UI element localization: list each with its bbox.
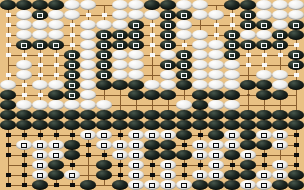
intersection[interactable] [32, 70, 48, 80]
intersection[interactable] [256, 80, 272, 90]
intersection[interactable] [112, 0, 128, 10]
intersection[interactable] [16, 130, 32, 140]
intersection[interactable] [32, 130, 48, 140]
intersection[interactable] [192, 160, 208, 170]
intersection[interactable] [288, 120, 304, 130]
intersection[interactable] [48, 110, 64, 120]
intersection[interactable] [160, 150, 176, 160]
intersection[interactable] [32, 20, 48, 30]
intersection[interactable] [16, 110, 32, 120]
intersection[interactable] [112, 150, 128, 160]
intersection[interactable] [208, 10, 224, 20]
intersection[interactable] [208, 60, 224, 70]
intersection[interactable] [272, 170, 288, 180]
intersection[interactable] [160, 40, 176, 50]
intersection[interactable] [32, 10, 48, 20]
intersection[interactable] [64, 90, 80, 100]
intersection[interactable] [32, 0, 48, 10]
intersection[interactable] [32, 110, 48, 120]
intersection[interactable] [80, 40, 96, 50]
intersection[interactable] [96, 170, 112, 180]
intersection[interactable] [16, 20, 32, 30]
intersection[interactable] [160, 50, 176, 60]
intersection[interactable] [192, 40, 208, 50]
intersection[interactable] [272, 100, 288, 110]
intersection[interactable] [272, 120, 288, 130]
intersection[interactable] [16, 30, 32, 40]
intersection[interactable] [48, 50, 64, 60]
intersection[interactable] [288, 150, 304, 160]
intersection[interactable] [176, 180, 192, 190]
intersection[interactable] [80, 30, 96, 40]
intersection[interactable] [208, 70, 224, 80]
intersection[interactable] [272, 30, 288, 40]
intersection[interactable] [80, 110, 96, 120]
intersection[interactable] [48, 160, 64, 170]
intersection[interactable] [192, 150, 208, 160]
intersection[interactable] [32, 100, 48, 110]
intersection[interactable] [96, 40, 112, 50]
intersection[interactable] [240, 160, 256, 170]
intersection[interactable] [96, 70, 112, 80]
intersection[interactable] [224, 50, 240, 60]
intersection[interactable] [144, 50, 160, 60]
intersection[interactable] [144, 140, 160, 150]
intersection[interactable] [224, 110, 240, 120]
intersection[interactable] [192, 0, 208, 10]
intersection[interactable] [288, 170, 304, 180]
intersection[interactable] [112, 50, 128, 60]
intersection[interactable] [0, 70, 16, 80]
intersection[interactable] [224, 130, 240, 140]
intersection[interactable] [192, 120, 208, 130]
intersection[interactable] [144, 70, 160, 80]
intersection[interactable] [160, 110, 176, 120]
intersection[interactable] [16, 70, 32, 80]
intersection[interactable] [272, 140, 288, 150]
intersection[interactable] [288, 30, 304, 40]
intersection[interactable] [96, 10, 112, 20]
intersection[interactable] [32, 120, 48, 130]
intersection[interactable] [272, 40, 288, 50]
intersection[interactable] [80, 100, 96, 110]
intersection[interactable] [192, 10, 208, 20]
intersection[interactable] [160, 170, 176, 180]
intersection[interactable] [288, 130, 304, 140]
intersection[interactable] [112, 90, 128, 100]
intersection[interactable] [80, 180, 96, 190]
intersection[interactable] [128, 170, 144, 180]
intersection[interactable] [128, 120, 144, 130]
intersection[interactable] [288, 0, 304, 10]
intersection[interactable] [144, 0, 160, 10]
intersection[interactable] [144, 10, 160, 20]
intersection[interactable] [0, 80, 16, 90]
intersection[interactable] [64, 100, 80, 110]
intersection[interactable] [96, 150, 112, 160]
intersection[interactable] [16, 50, 32, 60]
intersection[interactable] [48, 0, 64, 10]
intersection[interactable] [144, 180, 160, 190]
intersection[interactable] [208, 120, 224, 130]
intersection[interactable] [96, 110, 112, 120]
intersection[interactable] [16, 140, 32, 150]
intersection[interactable] [16, 100, 32, 110]
intersection[interactable] [64, 40, 80, 50]
intersection[interactable] [208, 20, 224, 30]
intersection[interactable] [144, 160, 160, 170]
intersection[interactable] [256, 140, 272, 150]
intersection[interactable] [176, 170, 192, 180]
intersection[interactable] [192, 30, 208, 40]
intersection[interactable] [0, 10, 16, 20]
intersection[interactable] [128, 80, 144, 90]
intersection[interactable] [160, 60, 176, 70]
intersection[interactable] [112, 140, 128, 150]
intersection[interactable] [96, 30, 112, 40]
intersection[interactable] [192, 100, 208, 110]
intersection[interactable] [128, 150, 144, 160]
intersection[interactable] [64, 0, 80, 10]
intersection[interactable] [240, 90, 256, 100]
intersection[interactable] [32, 30, 48, 40]
intersection[interactable] [64, 50, 80, 60]
intersection[interactable] [256, 70, 272, 80]
intersection[interactable] [272, 20, 288, 30]
intersection[interactable] [0, 50, 16, 60]
intersection[interactable] [176, 160, 192, 170]
intersection[interactable] [240, 10, 256, 20]
intersection[interactable] [224, 10, 240, 20]
intersection[interactable] [288, 110, 304, 120]
intersection[interactable] [272, 10, 288, 20]
intersection[interactable] [80, 120, 96, 130]
intersection[interactable] [160, 180, 176, 190]
intersection[interactable] [80, 150, 96, 160]
intersection[interactable] [224, 0, 240, 10]
intersection[interactable] [240, 40, 256, 50]
intersection[interactable] [64, 70, 80, 80]
intersection[interactable] [32, 40, 48, 50]
intersection[interactable] [48, 140, 64, 150]
intersection[interactable] [80, 170, 96, 180]
intersection[interactable] [128, 40, 144, 50]
intersection[interactable] [64, 180, 80, 190]
intersection[interactable] [176, 150, 192, 160]
intersection[interactable] [288, 80, 304, 90]
intersection[interactable] [192, 170, 208, 180]
intersection[interactable] [64, 10, 80, 20]
intersection[interactable] [0, 140, 16, 150]
intersection[interactable] [192, 110, 208, 120]
intersection[interactable] [16, 80, 32, 90]
intersection[interactable] [64, 130, 80, 140]
intersection[interactable] [112, 70, 128, 80]
intersection[interactable] [16, 40, 32, 50]
intersection[interactable] [224, 30, 240, 40]
intersection[interactable] [160, 20, 176, 30]
intersection[interactable] [224, 80, 240, 90]
intersection[interactable] [64, 20, 80, 30]
intersection[interactable] [144, 170, 160, 180]
intersection[interactable] [32, 60, 48, 70]
intersection[interactable] [96, 60, 112, 70]
intersection[interactable] [80, 160, 96, 170]
intersection[interactable] [128, 110, 144, 120]
intersection[interactable] [128, 70, 144, 80]
intersection[interactable] [224, 170, 240, 180]
intersection[interactable] [96, 80, 112, 90]
intersection[interactable] [80, 10, 96, 20]
intersection[interactable] [144, 130, 160, 140]
intersection[interactable] [224, 70, 240, 80]
intersection[interactable] [112, 120, 128, 130]
intersection[interactable] [272, 150, 288, 160]
intersection[interactable] [80, 50, 96, 60]
intersection[interactable] [272, 80, 288, 90]
intersection[interactable] [112, 60, 128, 70]
intersection[interactable] [144, 60, 160, 70]
intersection[interactable] [256, 60, 272, 70]
intersection[interactable] [144, 90, 160, 100]
intersection[interactable] [176, 80, 192, 90]
intersection[interactable] [0, 160, 16, 170]
intersection[interactable] [192, 70, 208, 80]
intersection[interactable] [144, 100, 160, 110]
intersection[interactable] [112, 170, 128, 180]
intersection[interactable] [176, 20, 192, 30]
intersection[interactable] [128, 60, 144, 70]
intersection[interactable] [256, 150, 272, 160]
intersection[interactable] [48, 100, 64, 110]
intersection[interactable] [272, 90, 288, 100]
intersection[interactable] [32, 170, 48, 180]
intersection[interactable] [128, 20, 144, 30]
intersection[interactable] [32, 140, 48, 150]
intersection[interactable] [160, 10, 176, 20]
intersection[interactable] [192, 60, 208, 70]
intersection[interactable] [192, 20, 208, 30]
intersection[interactable] [208, 150, 224, 160]
intersection[interactable] [160, 160, 176, 170]
intersection[interactable] [272, 0, 288, 10]
intersection[interactable] [208, 90, 224, 100]
intersection[interactable] [128, 30, 144, 40]
intersection[interactable] [224, 60, 240, 70]
intersection[interactable] [128, 160, 144, 170]
intersection[interactable] [240, 150, 256, 160]
intersection[interactable] [160, 130, 176, 140]
intersection[interactable] [176, 100, 192, 110]
intersection[interactable] [160, 70, 176, 80]
intersection[interactable] [96, 0, 112, 10]
intersection[interactable] [288, 140, 304, 150]
intersection[interactable] [224, 150, 240, 160]
intersection[interactable] [80, 70, 96, 80]
intersection[interactable] [32, 150, 48, 160]
intersection[interactable] [176, 70, 192, 80]
intersection[interactable] [288, 100, 304, 110]
intersection[interactable] [48, 150, 64, 160]
intersection[interactable] [80, 0, 96, 10]
intersection[interactable] [256, 180, 272, 190]
intersection[interactable] [48, 90, 64, 100]
intersection[interactable] [80, 80, 96, 90]
intersection[interactable] [48, 20, 64, 30]
intersection[interactable] [0, 120, 16, 130]
intersection[interactable] [256, 170, 272, 180]
intersection[interactable] [96, 120, 112, 130]
intersection[interactable] [32, 80, 48, 90]
intersection[interactable] [272, 110, 288, 120]
intersection[interactable] [96, 130, 112, 140]
intersection[interactable] [208, 180, 224, 190]
intersection[interactable] [288, 50, 304, 60]
intersection[interactable] [112, 10, 128, 20]
intersection[interactable] [160, 80, 176, 90]
intersection[interactable] [176, 60, 192, 70]
intersection[interactable] [144, 80, 160, 90]
intersection[interactable] [0, 130, 16, 140]
intersection[interactable] [176, 120, 192, 130]
intersection[interactable] [176, 140, 192, 150]
intersection[interactable] [112, 160, 128, 170]
intersection[interactable] [256, 0, 272, 10]
intersection[interactable] [240, 70, 256, 80]
intersection[interactable] [208, 170, 224, 180]
intersection[interactable] [48, 40, 64, 50]
intersection[interactable] [112, 80, 128, 90]
intersection[interactable] [112, 40, 128, 50]
intersection[interactable] [32, 160, 48, 170]
intersection[interactable] [0, 90, 16, 100]
intersection[interactable] [112, 110, 128, 120]
intersection[interactable] [208, 40, 224, 50]
intersection[interactable] [16, 120, 32, 130]
intersection[interactable] [224, 20, 240, 30]
intersection[interactable] [208, 30, 224, 40]
intersection[interactable] [96, 90, 112, 100]
intersection[interactable] [208, 130, 224, 140]
intersection[interactable] [192, 130, 208, 140]
intersection[interactable] [32, 90, 48, 100]
intersection[interactable] [16, 180, 32, 190]
intersection[interactable] [176, 10, 192, 20]
intersection[interactable] [112, 100, 128, 110]
intersection[interactable] [224, 140, 240, 150]
intersection[interactable] [0, 20, 16, 30]
intersection[interactable] [64, 170, 80, 180]
intersection[interactable] [0, 60, 16, 70]
intersection[interactable] [64, 110, 80, 120]
intersection[interactable] [96, 50, 112, 60]
intersection[interactable] [224, 160, 240, 170]
intersection[interactable] [64, 120, 80, 130]
intersection[interactable] [80, 20, 96, 30]
intersection[interactable] [80, 60, 96, 70]
intersection[interactable] [160, 120, 176, 130]
intersection[interactable] [144, 150, 160, 160]
intersection[interactable] [208, 160, 224, 170]
intersection[interactable] [160, 140, 176, 150]
intersection[interactable] [176, 90, 192, 100]
intersection[interactable] [32, 180, 48, 190]
intersection[interactable] [0, 150, 16, 160]
intersection[interactable] [160, 100, 176, 110]
intersection[interactable] [96, 20, 112, 30]
intersection[interactable] [192, 140, 208, 150]
intersection[interactable] [16, 160, 32, 170]
intersection[interactable] [144, 40, 160, 50]
intersection[interactable] [240, 0, 256, 10]
intersection[interactable] [144, 20, 160, 30]
intersection[interactable] [240, 170, 256, 180]
intersection[interactable] [272, 60, 288, 70]
intersection[interactable] [240, 100, 256, 110]
intersection[interactable] [240, 110, 256, 120]
intersection[interactable] [256, 30, 272, 40]
intersection[interactable] [160, 0, 176, 10]
intersection[interactable] [64, 60, 80, 70]
intersection[interactable] [208, 140, 224, 150]
intersection[interactable] [16, 10, 32, 20]
intersection[interactable] [80, 130, 96, 140]
intersection[interactable] [288, 60, 304, 70]
intersection[interactable] [160, 30, 176, 40]
intersection[interactable] [256, 160, 272, 170]
intersection[interactable] [96, 140, 112, 150]
intersection[interactable] [80, 90, 96, 100]
intersection[interactable] [64, 80, 80, 90]
intersection[interactable] [288, 40, 304, 50]
intersection[interactable] [112, 30, 128, 40]
intersection[interactable] [64, 140, 80, 150]
intersection[interactable] [192, 50, 208, 60]
intersection[interactable] [96, 100, 112, 110]
intersection[interactable] [272, 130, 288, 140]
intersection[interactable] [64, 30, 80, 40]
intersection[interactable] [208, 50, 224, 60]
intersection[interactable] [112, 130, 128, 140]
intersection[interactable] [64, 160, 80, 170]
intersection[interactable] [256, 20, 272, 30]
intersection[interactable] [0, 0, 16, 10]
intersection[interactable] [16, 60, 32, 70]
intersection[interactable] [80, 140, 96, 150]
intersection[interactable] [240, 50, 256, 60]
intersection[interactable] [288, 10, 304, 20]
intersection[interactable] [240, 20, 256, 30]
intersection[interactable] [48, 180, 64, 190]
intersection[interactable] [240, 130, 256, 140]
intersection[interactable] [112, 20, 128, 30]
intersection[interactable] [208, 110, 224, 120]
intersection[interactable] [32, 50, 48, 60]
intersection[interactable] [0, 40, 16, 50]
intersection[interactable] [128, 130, 144, 140]
intersection[interactable] [256, 40, 272, 50]
intersection[interactable] [256, 10, 272, 20]
intersection[interactable] [48, 60, 64, 70]
intersection[interactable] [0, 100, 16, 110]
intersection[interactable] [48, 10, 64, 20]
intersection[interactable] [48, 80, 64, 90]
intersection[interactable] [0, 170, 16, 180]
intersection[interactable] [192, 90, 208, 100]
intersection[interactable] [272, 180, 288, 190]
intersection[interactable] [288, 180, 304, 190]
intersection[interactable] [128, 0, 144, 10]
